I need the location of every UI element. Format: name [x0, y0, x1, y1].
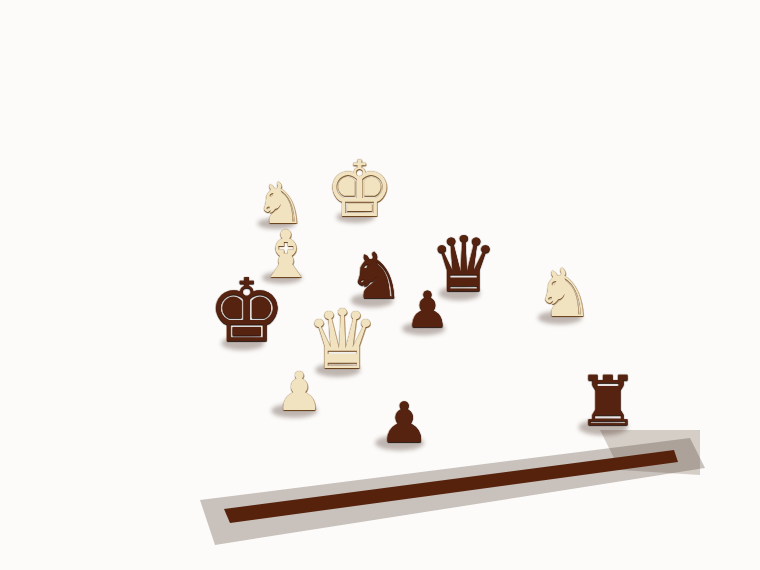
box-piece-white-bishop: ♝: [524, 156, 554, 183]
file-label-far-b: B: [466, 184, 478, 193]
rank-label-right-2: 2: [554, 222, 566, 232]
piece-white-knight-a5[interactable]: ♞: [535, 261, 594, 327]
box-piece-white-pawn: ♟: [517, 174, 536, 191]
piece-black-rook-a8[interactable]: ♜: [577, 368, 639, 437]
square-d8[interactable]: [425, 417, 486, 462]
file-label-far-a: A: [504, 180, 517, 189]
square-b7[interactable]: [513, 371, 575, 413]
file-label-far-f: F: [312, 197, 321, 206]
file-label-far-h: H: [235, 203, 245, 213]
piece-black-king-h5[interactable]: ♚: [208, 268, 287, 356]
box-piece-white-rook: ♜: [549, 167, 570, 185]
rank-label-left-8: 8: [209, 450, 219, 466]
square-f7[interactable]: [321, 386, 375, 428]
square-h7[interactable]: [226, 394, 276, 436]
square-a1[interactable]: [494, 190, 544, 218]
box-compartment-light-pieces: ♝♜♟: [424, 129, 583, 144]
box-piece-black-bishop: ♝: [421, 161, 457, 190]
square-c5[interactable]: [446, 307, 501, 343]
rank-label-right-5: 5: [593, 309, 607, 322]
brass-clasp-icon: [513, 8, 527, 23]
square-c7[interactable]: [465, 375, 525, 417]
piece-black-pawn-e8[interactable]: ♟: [379, 395, 429, 451]
square-h8[interactable]: [227, 432, 280, 478]
rank-label-left-1: 1: [207, 225, 215, 235]
piece-white-pawn-g7[interactable]: ♟: [275, 365, 323, 418]
box-compartment-dark-pieces: ♚♝♟: [424, 129, 583, 144]
file-label-far-c: C: [427, 187, 439, 196]
piece-black-pawn-d5[interactable]: ♟: [405, 286, 450, 336]
rank-label-left-7: 7: [208, 410, 217, 425]
brass-latch-icon: [496, 200, 520, 209]
square-a2[interactable]: [503, 215, 555, 245]
scene: HGFEDCBAHGFEDCBA1234567812345678 ♚♝♟ ♝♜♟…: [0, 0, 760, 570]
box-lid-inner-panel: [442, 19, 572, 131]
box-piece-black-pawn: ♟: [467, 171, 487, 187]
box-body: ♚♝♟ ♝♜♟: [415, 129, 583, 230]
box-divider: [504, 137, 518, 193]
brass-hinge-icon: [511, 135, 525, 143]
piece-white-king-e1[interactable]: ♚: [325, 151, 394, 228]
square-b6[interactable]: [501, 336, 561, 375]
felt-base-dot: [544, 178, 552, 185]
square-h6[interactable]: [225, 358, 273, 397]
square-d6[interactable]: [409, 344, 465, 383]
square-f8[interactable]: [326, 425, 383, 470]
square-g8[interactable]: [276, 429, 331, 475]
square-b1[interactable]: [455, 193, 504, 221]
rank-label-left-6: 6: [208, 374, 217, 388]
square-c8[interactable]: [475, 413, 538, 458]
rank-label-right-1: 1: [543, 197, 555, 207]
rank-label-right-8: 8: [640, 416, 656, 432]
rank-label-right-6: 6: [607, 342, 622, 355]
square-c6[interactable]: [455, 340, 513, 379]
box-piece-black-king: ♚: [433, 144, 475, 176]
box-lid: [429, 7, 585, 147]
